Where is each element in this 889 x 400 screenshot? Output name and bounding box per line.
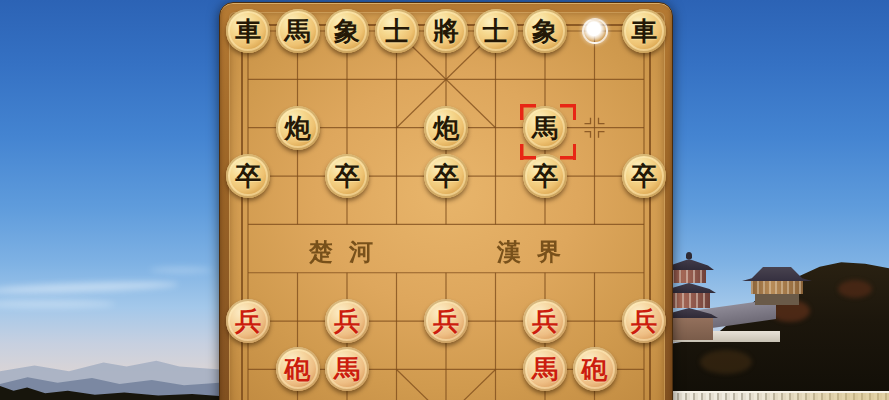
piece-black-general[interactable]: 將 [424,9,468,53]
piece-black-soldier[interactable]: 卒 [523,154,567,198]
tower-finial [686,252,692,259]
piece-black-soldier[interactable]: 卒 [622,154,666,198]
piece-black-chariot[interactable]: 車 [622,9,666,53]
piece-black-advisor[interactable]: 士 [474,9,518,53]
piece-black-horse[interactable]: 馬 [523,106,567,150]
tower-body [668,293,710,308]
tower-body [672,270,706,283]
piece-black-cannon[interactable]: 炮 [276,106,320,150]
piece-red-horse[interactable]: 馬 [325,347,369,391]
white-balustrade [650,391,889,400]
game-scene: 楚河 漢界 車馬象士將士象車炮炮馬卒卒卒卒卒兵兵兵兵兵砲馬馬砲車相仕帥仕相車 [0,0,889,400]
foliage [700,350,752,374]
hall-body [751,281,803,294]
piece-black-chariot[interactable]: 車 [226,9,270,53]
foliage [838,280,872,298]
piece-black-elephant[interactable]: 象 [523,9,567,53]
piece-red-soldier[interactable]: 兵 [226,299,270,343]
xiangqi-board[interactable]: 楚河 漢界 車馬象士將士象車炮炮馬卒卒卒卒卒兵兵兵兵兵砲馬馬砲車相仕帥仕相車 [219,2,673,400]
piece-black-cannon[interactable]: 炮 [424,106,468,150]
piece-red-soldier[interactable]: 兵 [325,299,369,343]
piece-red-cannon[interactable]: 砲 [573,347,617,391]
last-move-origin-marker [582,18,608,44]
piece-red-cannon[interactable]: 砲 [276,347,320,391]
piece-red-soldier[interactable]: 兵 [523,299,567,343]
piece-black-soldier[interactable]: 卒 [325,154,369,198]
temple-hall [742,266,812,308]
piece-layer: 車馬象士將士象車炮炮馬卒卒卒卒卒兵兵兵兵兵砲馬馬砲車相仕帥仕相車 [223,7,669,400]
piece-black-advisor[interactable]: 士 [375,9,419,53]
piece-black-elephant[interactable]: 象 [325,9,369,53]
piece-red-horse[interactable]: 馬 [523,347,567,391]
piece-red-soldier[interactable]: 兵 [424,299,468,343]
board-surface[interactable]: 楚河 漢界 車馬象士將士象車炮炮馬卒卒卒卒卒兵兵兵兵兵砲馬馬砲車相仕帥仕相車 [229,12,665,400]
hall-roof [742,266,812,281]
piece-black-soldier[interactable]: 卒 [226,154,270,198]
piece-black-horse[interactable]: 馬 [276,9,320,53]
piece-red-soldier[interactable]: 兵 [622,299,666,343]
cloud [150,267,212,273]
piece-black-soldier[interactable]: 卒 [424,154,468,198]
hall-base [755,294,799,305]
